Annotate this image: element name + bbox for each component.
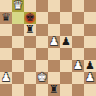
square-c1[interactable] [24,84,36,96]
square-a1[interactable] [0,84,12,96]
square-e4[interactable] [48,48,60,60]
square-g1[interactable] [72,84,84,96]
piece-white-pawn[interactable]: ♟ [48,36,60,48]
square-f7[interactable] [60,12,72,24]
square-e1[interactable]: ♜ [48,84,60,96]
square-a6[interactable] [0,24,12,36]
square-d5[interactable] [36,36,48,48]
square-f2[interactable] [60,72,72,84]
square-e8[interactable] [48,0,60,12]
square-f3[interactable] [60,60,72,72]
square-h6[interactable] [84,24,96,36]
square-g5[interactable] [72,36,84,48]
square-h5[interactable] [84,36,96,48]
piece-white-king[interactable]: ♚ [36,72,48,84]
square-b2[interactable] [12,72,24,84]
square-c6[interactable]: ♜ [24,24,36,36]
square-b3[interactable] [12,60,24,72]
piece-black-rook[interactable]: ♜ [48,84,60,96]
square-b4[interactable] [12,48,24,60]
square-h2[interactable]: ♟ [84,72,96,84]
square-f5[interactable]: ♟ [60,36,72,48]
piece-white-pawn[interactable]: ♟ [84,72,96,84]
square-d4[interactable] [36,48,48,60]
piece-black-rook[interactable]: ♜ [24,24,36,36]
square-e7[interactable] [48,12,60,24]
square-f8[interactable] [60,0,72,12]
piece-white-pawn[interactable]: ♟ [72,60,84,72]
chess-board: ♛♛♚♜♟♟♟♟♟♚♟♜ [0,0,96,96]
square-b6[interactable] [12,24,24,36]
square-h1[interactable] [84,84,96,96]
square-b5[interactable] [12,36,24,48]
square-d7[interactable] [36,12,48,24]
square-d1[interactable] [36,84,48,96]
square-b1[interactable] [12,84,24,96]
square-f4[interactable] [60,48,72,60]
square-a2[interactable]: ♟ [0,72,12,84]
square-e3[interactable] [48,60,60,72]
square-a7[interactable]: ♛ [0,12,12,24]
piece-black-queen[interactable]: ♛ [0,12,12,24]
square-g2[interactable] [72,72,84,84]
square-c4[interactable] [24,48,36,60]
square-c5[interactable] [24,36,36,48]
square-g6[interactable] [72,24,84,36]
square-b8[interactable]: ♛ [12,0,24,12]
piece-white-queen[interactable]: ♛ [12,0,24,12]
square-e5[interactable]: ♟ [48,36,60,48]
square-d8[interactable] [36,0,48,12]
square-h7[interactable] [84,12,96,24]
square-g8[interactable] [72,0,84,12]
square-g3[interactable]: ♟ [72,60,84,72]
square-h8[interactable] [84,0,96,12]
square-a4[interactable] [0,48,12,60]
square-a5[interactable] [0,36,12,48]
square-d6[interactable] [36,24,48,36]
square-b7[interactable] [12,12,24,24]
piece-black-pawn[interactable]: ♟ [60,36,72,48]
square-g7[interactable] [72,12,84,24]
square-f1[interactable] [60,84,72,96]
piece-white-pawn[interactable]: ♟ [0,72,12,84]
square-d2[interactable]: ♚ [36,72,48,84]
square-c3[interactable] [24,60,36,72]
square-c2[interactable] [24,72,36,84]
